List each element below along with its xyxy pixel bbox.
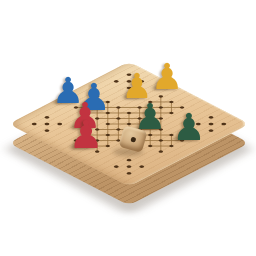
pieces-layer: ♟♟♟♟♟♟♟♟ — [0, 0, 256, 256]
peg-red: ♟ — [64, 116, 108, 155]
product-photo-scene: ♟♟♟♟♟♟♟♟ — [0, 0, 256, 256]
die-pip — [130, 136, 136, 142]
peg-green: ♟ — [167, 109, 211, 146]
